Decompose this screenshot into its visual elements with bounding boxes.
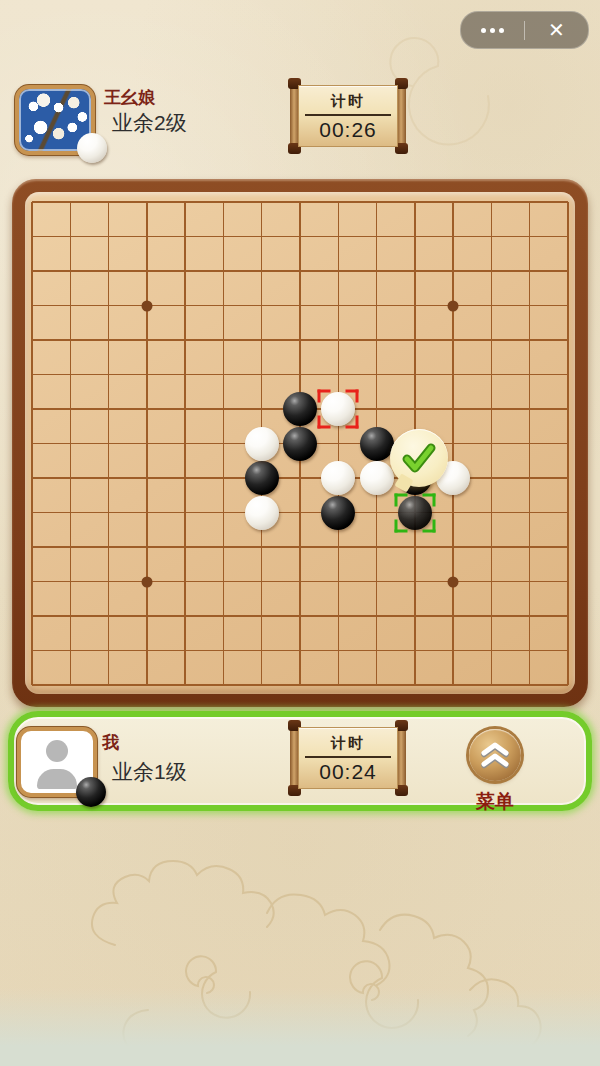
grid-line (32, 650, 568, 652)
wechat-capsule: ✕ (460, 11, 589, 49)
opponent-timer-parchment: 计时 00:26 (298, 85, 398, 147)
grid-line (491, 202, 493, 685)
white-stone (360, 461, 394, 495)
more-ellipsis-icon (481, 28, 504, 33)
star-point (448, 300, 459, 311)
confirm-move-button[interactable] (390, 429, 448, 487)
opponent-timer-value: 00:26 (319, 118, 377, 142)
checkmark-icon (401, 442, 437, 474)
opponent-name: 王幺娘 (104, 86, 155, 109)
star-point (141, 576, 152, 587)
star-point (141, 300, 152, 311)
grid-line (32, 581, 568, 583)
close-icon: ✕ (548, 20, 565, 40)
my-timer-parchment: 计时 00:24 (298, 727, 398, 789)
pending-move-marker (394, 493, 435, 532)
timer-divider (305, 114, 391, 116)
board-grid[interactable] (32, 202, 568, 685)
white-stone (321, 461, 355, 495)
opponent-timer-label: 计时 (331, 92, 365, 111)
my-stone-badge-black (76, 777, 106, 807)
menu-button[interactable] (469, 729, 521, 781)
black-stone (283, 392, 317, 426)
menu-button-label[interactable]: 菜单 (461, 789, 529, 815)
grid-line (338, 202, 340, 685)
grid-line (32, 615, 568, 617)
scroll-roller-icon (397, 84, 406, 148)
board-wood-surface (25, 192, 575, 694)
white-stone (245, 496, 279, 530)
my-timer-scroll: 计时 00:24 (289, 720, 407, 796)
gomoku-board[interactable] (12, 179, 588, 707)
opponent-rank: 业余2级 (112, 109, 187, 137)
grid-line (529, 202, 531, 685)
black-stone (245, 461, 279, 495)
my-timer-value: 00:24 (319, 760, 377, 784)
opponent-timer-scroll: 计时 00:26 (289, 78, 407, 154)
my-timer-label: 计时 (331, 734, 365, 753)
my-name: 我 (102, 731, 119, 754)
grid-line (32, 546, 568, 548)
white-stone (245, 427, 279, 461)
timer-divider (305, 756, 391, 758)
game-screen: ✕ 王幺娘 业余2级 计时 00:26 我 业余1级 计时 (0, 0, 600, 1066)
grid-line (452, 202, 454, 685)
black-stone (321, 496, 355, 530)
my-rank: 业余1级 (112, 758, 187, 786)
black-stone (283, 427, 317, 461)
grid-line (567, 202, 569, 685)
black-stone (360, 427, 394, 461)
more-button[interactable] (461, 12, 524, 48)
opponent-stone-badge-white (77, 133, 107, 163)
bottom-fade-decoration (0, 988, 600, 1066)
grid-line (32, 684, 568, 686)
close-button[interactable]: ✕ (525, 12, 588, 48)
last-move-marker (318, 390, 359, 429)
scroll-roller-icon (397, 726, 406, 790)
double-chevron-up-icon (479, 741, 511, 769)
star-point (448, 576, 459, 587)
my-player-panel: 我 业余1级 计时 00:24 菜单 (8, 711, 592, 811)
grid-line (32, 512, 568, 514)
grid-line (32, 477, 568, 479)
